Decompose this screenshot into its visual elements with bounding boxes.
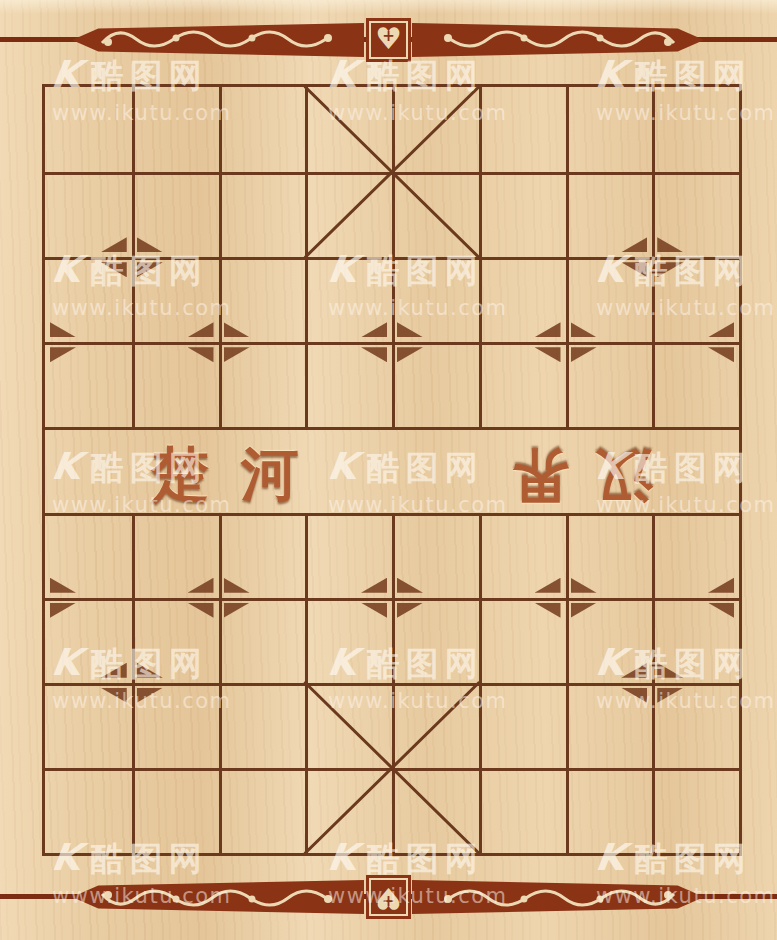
board-cell <box>45 768 132 853</box>
river-label-left: 楚河 <box>151 439 331 511</box>
board-cell <box>566 87 653 172</box>
board-cell <box>45 87 132 172</box>
cross-icon: + <box>382 892 395 910</box>
cross-icon: + <box>382 27 395 45</box>
board-cell <box>652 87 739 172</box>
scroll-pattern-icon <box>72 880 364 914</box>
scroll-pattern-icon <box>412 23 704 57</box>
board-cell <box>305 172 392 257</box>
scroll-pattern-icon <box>72 23 364 57</box>
board-cell <box>479 87 566 172</box>
board-cell <box>219 87 306 172</box>
board-cell <box>392 683 479 768</box>
bottom-ornament-left-scroll <box>72 880 364 914</box>
board-cell <box>566 768 653 853</box>
board-cell <box>132 768 219 853</box>
board-cell <box>392 427 479 512</box>
bottom-ornament: ♥ + <box>0 872 777 936</box>
board-cell <box>305 87 392 172</box>
board-cell <box>219 683 306 768</box>
top-ornament: ♥ + <box>0 16 777 80</box>
board-cell <box>45 427 132 512</box>
bottom-ornament-right-scroll <box>412 880 704 914</box>
bottom-ornament-emblem: ♥ + <box>366 875 411 919</box>
board-cell <box>305 683 392 768</box>
board-cell <box>479 768 566 853</box>
board-cell <box>652 427 739 512</box>
board-cell <box>479 172 566 257</box>
board-cell <box>132 87 219 172</box>
xiangqi-board: 楚河 汉界 <box>42 84 742 856</box>
board-cell <box>652 768 739 853</box>
board-cell <box>392 172 479 257</box>
board-cell <box>219 768 306 853</box>
board-cell <box>479 683 566 768</box>
wood-background: ♥ + 楚河 汉界 <box>0 0 777 940</box>
top-ornament-emblem: ♥ + <box>366 18 411 62</box>
top-ornament-left-scroll <box>72 23 364 57</box>
scroll-pattern-icon <box>412 880 704 914</box>
board-cell <box>305 768 392 853</box>
board-cell <box>392 768 479 853</box>
board-cell <box>219 172 306 257</box>
river-label-right: 汉界 <box>485 439 653 511</box>
top-ornament-right-scroll <box>412 23 704 57</box>
board-cell <box>392 87 479 172</box>
